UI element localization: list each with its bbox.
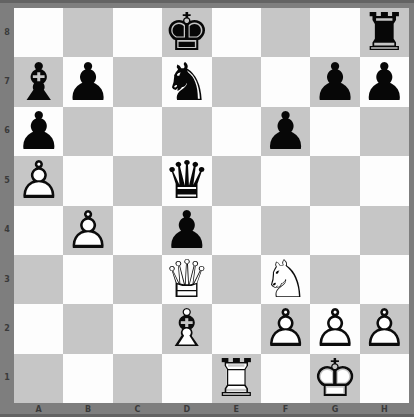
square-c1[interactable] <box>113 354 162 403</box>
square-f8[interactable] <box>261 8 310 57</box>
square-h5[interactable] <box>360 156 409 205</box>
square-c7[interactable] <box>113 57 162 106</box>
piece-outline: ♙ <box>262 304 309 353</box>
square-b1[interactable] <box>63 354 112 403</box>
piece-outline: ♙ <box>361 304 408 353</box>
square-g7[interactable]: ♟ <box>310 57 359 106</box>
square-b8[interactable] <box>63 8 112 57</box>
piece-outline: ♗ <box>164 304 211 353</box>
piece-outline: ♘ <box>262 255 309 304</box>
square-b7[interactable]: ♟ <box>63 57 112 106</box>
file-label-d: D <box>162 403 211 417</box>
piece-black-rook[interactable]: ♜ <box>360 8 409 57</box>
square-f1[interactable] <box>261 354 310 403</box>
piece-white-pawn[interactable]: ♟♙ <box>14 156 63 205</box>
rank-label-8: 8 <box>0 29 14 37</box>
piece-glyph: ♟ <box>65 58 112 107</box>
square-d2[interactable]: ♝♗ <box>162 304 211 353</box>
file-label-b: B <box>63 403 112 417</box>
square-g2[interactable]: ♟♙ <box>310 304 359 353</box>
square-g4[interactable] <box>310 206 359 255</box>
piece-white-knight[interactable]: ♞♘ <box>261 255 310 304</box>
square-g1[interactable]: ♚♔ <box>310 354 359 403</box>
piece-black-bishop[interactable]: ♝ <box>14 57 63 106</box>
square-e2[interactable] <box>212 304 261 353</box>
file-label-c: C <box>113 403 162 417</box>
square-c6[interactable] <box>113 107 162 156</box>
square-d5[interactable]: ♛ <box>162 156 211 205</box>
square-h2[interactable]: ♟♙ <box>360 304 409 353</box>
square-e5[interactable] <box>212 156 261 205</box>
rank-label-6: 6 <box>0 127 14 135</box>
square-b5[interactable] <box>63 156 112 205</box>
square-c4[interactable] <box>113 206 162 255</box>
square-a2[interactable] <box>14 304 63 353</box>
square-a5[interactable]: ♟♙ <box>14 156 63 205</box>
piece-white-pawn[interactable]: ♟♙ <box>360 304 409 353</box>
square-d4[interactable]: ♟ <box>162 206 211 255</box>
piece-outline: ♕ <box>164 255 211 304</box>
square-f3[interactable]: ♞♘ <box>261 255 310 304</box>
square-a6[interactable]: ♟ <box>14 107 63 156</box>
square-d3[interactable]: ♛♕ <box>162 255 211 304</box>
square-h6[interactable] <box>360 107 409 156</box>
file-label-f: F <box>261 403 310 417</box>
square-f2[interactable]: ♟♙ <box>261 304 310 353</box>
piece-glyph: ♟ <box>312 58 359 107</box>
square-d1[interactable] <box>162 354 211 403</box>
square-e3[interactable] <box>212 255 261 304</box>
piece-black-pawn[interactable]: ♟ <box>162 206 211 255</box>
square-a4[interactable] <box>14 206 63 255</box>
square-f4[interactable] <box>261 206 310 255</box>
file-label-a: A <box>14 403 63 417</box>
square-a1[interactable] <box>14 354 63 403</box>
piece-black-pawn[interactable]: ♟ <box>14 107 63 156</box>
piece-black-pawn[interactable]: ♟ <box>63 57 112 106</box>
rank-label-3: 3 <box>0 276 14 284</box>
square-h1[interactable] <box>360 354 409 403</box>
piece-black-queen[interactable]: ♛ <box>162 156 211 205</box>
square-b3[interactable] <box>63 255 112 304</box>
piece-white-pawn[interactable]: ♟♙ <box>261 304 310 353</box>
piece-glyph: ♟ <box>262 107 309 156</box>
rank-label-7: 7 <box>0 78 14 86</box>
square-h7[interactable]: ♟ <box>360 57 409 106</box>
square-c8[interactable] <box>113 8 162 57</box>
square-d6[interactable] <box>162 107 211 156</box>
square-f6[interactable]: ♟ <box>261 107 310 156</box>
square-c3[interactable] <box>113 255 162 304</box>
file-label-g: G <box>310 403 359 417</box>
square-c5[interactable] <box>113 156 162 205</box>
square-h3[interactable] <box>360 255 409 304</box>
square-e4[interactable] <box>212 206 261 255</box>
square-g6[interactable] <box>310 107 359 156</box>
square-a8[interactable] <box>14 8 63 57</box>
piece-white-rook[interactable]: ♜♖ <box>212 354 261 403</box>
piece-white-pawn[interactable]: ♟♙ <box>63 206 112 255</box>
square-d7[interactable]: ♞ <box>162 57 211 106</box>
file-label-e: E <box>212 403 261 417</box>
piece-black-pawn[interactable]: ♟ <box>360 57 409 106</box>
square-g3[interactable] <box>310 255 359 304</box>
square-g8[interactable] <box>310 8 359 57</box>
piece-glyph: ♟ <box>164 206 211 255</box>
piece-glyph: ♛ <box>164 156 211 205</box>
chess-board: ♚♜♝♟♞♟♟♟♟♟♙♛♟♙♟♛♕♞♘♝♗♟♙♟♙♟♙♜♖♚♔ <box>14 8 409 403</box>
square-a7[interactable]: ♝ <box>14 57 63 106</box>
piece-outline: ♙ <box>65 206 112 255</box>
square-e8[interactable] <box>212 8 261 57</box>
piece-glyph: ♜ <box>361 8 408 57</box>
piece-black-pawn[interactable]: ♟ <box>310 57 359 106</box>
square-e6[interactable] <box>212 107 261 156</box>
square-g5[interactable] <box>310 156 359 205</box>
piece-outline: ♙ <box>15 156 62 205</box>
piece-white-king[interactable]: ♚♔ <box>310 354 359 403</box>
square-f7[interactable] <box>261 57 310 106</box>
piece-glyph: ♞ <box>164 58 211 107</box>
piece-black-pawn[interactable]: ♟ <box>261 107 310 156</box>
rank-label-4: 4 <box>0 226 14 234</box>
piece-outline: ♖ <box>213 354 260 403</box>
square-d8[interactable]: ♚ <box>162 8 211 57</box>
square-e1[interactable]: ♜♖ <box>212 354 261 403</box>
rank-label-1: 1 <box>0 374 14 382</box>
piece-white-bishop[interactable]: ♝♗ <box>162 304 211 353</box>
rank-label-2: 2 <box>0 325 14 333</box>
piece-glyph: ♟ <box>361 58 408 107</box>
square-h8[interactable]: ♜ <box>360 8 409 57</box>
piece-outline: ♙ <box>312 304 359 353</box>
square-h4[interactable] <box>360 206 409 255</box>
piece-glyph: ♝ <box>15 58 62 107</box>
chess-diagram: ♚♜♝♟♞♟♟♟♟♟♙♛♟♙♟♛♕♞♘♝♗♟♙♟♙♟♙♜♖♚♔ 87654321… <box>0 0 414 417</box>
square-b4[interactable]: ♟♙ <box>63 206 112 255</box>
piece-black-king[interactable]: ♚ <box>162 8 211 57</box>
piece-black-knight[interactable]: ♞ <box>162 57 211 106</box>
square-f5[interactable] <box>261 156 310 205</box>
file-label-h: H <box>360 403 409 417</box>
square-b6[interactable] <box>63 107 112 156</box>
piece-white-queen[interactable]: ♛♕ <box>162 255 211 304</box>
piece-glyph: ♚ <box>164 8 211 57</box>
square-a3[interactable] <box>14 255 63 304</box>
piece-glyph: ♟ <box>15 107 62 156</box>
square-c2[interactable] <box>113 304 162 353</box>
piece-white-pawn[interactable]: ♟♙ <box>310 304 359 353</box>
square-b2[interactable] <box>63 304 112 353</box>
rank-label-5: 5 <box>0 177 14 185</box>
piece-outline: ♔ <box>312 354 359 403</box>
square-e7[interactable] <box>212 57 261 106</box>
